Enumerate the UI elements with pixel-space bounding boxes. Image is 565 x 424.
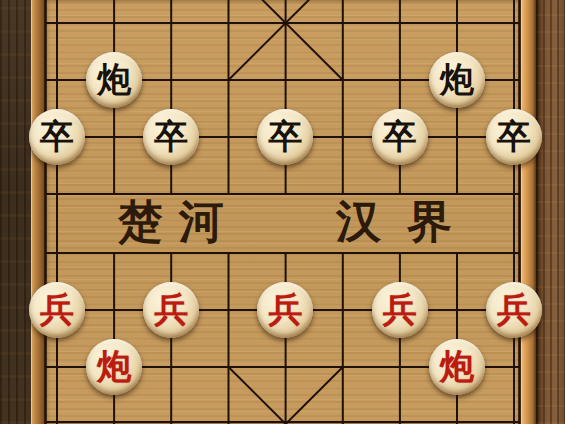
xiangqi-game-scene: 楚河 汉界 炮炮卒卒卒卒卒兵兵兵兵炮炮兵 xyxy=(0,0,565,424)
piece-glyph: 炮 xyxy=(440,62,474,96)
piece-glyph: 炮 xyxy=(440,349,474,383)
piece-glyph: 兵 xyxy=(40,292,74,326)
piece-glyph: 炮 xyxy=(97,349,131,383)
piece-red-soldier[interactable]: 兵 xyxy=(257,282,313,338)
piece-red-cannon[interactable]: 炮 xyxy=(86,339,142,395)
piece-black-soldier[interactable]: 卒 xyxy=(486,109,542,165)
piece-black-soldier[interactable]: 卒 xyxy=(29,109,85,165)
piece-glyph: 卒 xyxy=(497,119,531,153)
piece-red-soldier[interactable]: 兵 xyxy=(29,282,85,338)
piece-black-soldier[interactable]: 卒 xyxy=(372,109,428,165)
piece-glyph: 卒 xyxy=(154,119,188,153)
piece-glyph: 卒 xyxy=(40,119,74,153)
piece-glyph: 卒 xyxy=(383,119,417,153)
piece-black-cannon[interactable]: 炮 xyxy=(86,52,142,108)
piece-red-soldier[interactable]: 兵 xyxy=(372,282,428,338)
piece-glyph: 卒 xyxy=(268,119,302,153)
piece-black-cannon[interactable]: 炮 xyxy=(429,52,485,108)
piece-glyph: 兵 xyxy=(497,292,531,326)
piece-red-soldier[interactable]: 兵 xyxy=(143,282,199,338)
piece-red-cannon[interactable]: 炮 xyxy=(429,339,485,395)
table-surface-left xyxy=(0,0,31,424)
piece-black-soldier[interactable]: 卒 xyxy=(143,109,199,165)
piece-glyph: 兵 xyxy=(383,292,417,326)
piece-glyph: 兵 xyxy=(154,292,188,326)
piece-layer: 炮炮卒卒卒卒卒兵兵兵兵炮炮兵 xyxy=(28,0,542,396)
piece-black-soldier[interactable]: 卒 xyxy=(257,109,313,165)
piece-glyph: 炮 xyxy=(97,62,131,96)
piece-red-soldier[interactable]: 兵 xyxy=(486,282,542,338)
piece-glyph: 兵 xyxy=(268,292,302,326)
